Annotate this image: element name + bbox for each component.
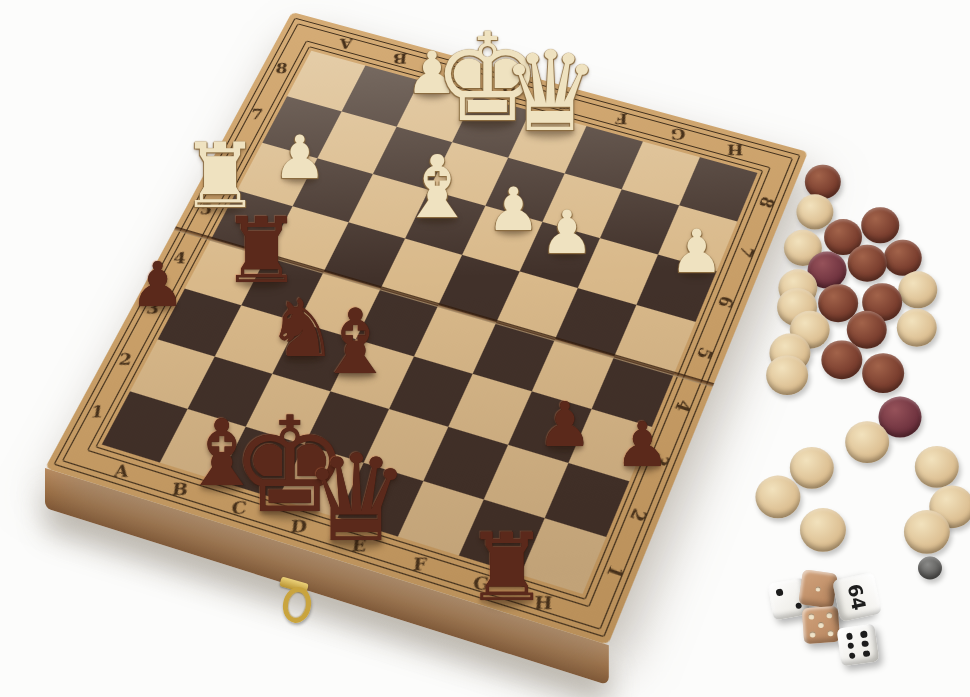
die-pip — [776, 589, 783, 596]
photo-background: AABBCCDDEEFFGGHH8877665544332211 ♟♚♛♟♜♝♟… — [0, 0, 970, 697]
piece-dark-pawn-a3[interactable]: ♟ — [130, 255, 185, 317]
die-pip — [847, 642, 854, 649]
piece-white-pawn-h6[interactable]: ♟ — [670, 222, 723, 282]
piece-dark-queen-e1[interactable]: ♛ — [303, 440, 411, 560]
piece-dark-pawn-h3[interactable]: ♟ — [615, 415, 670, 477]
die-pip — [860, 631, 867, 638]
rank-label-left-1: 1 — [82, 400, 113, 424]
checker-gray[interactable] — [918, 557, 942, 580]
rank-label-right-7: 7 — [729, 237, 764, 266]
rank-label-left-8: 8 — [268, 58, 296, 78]
piece-white-queen-e8[interactable]: ♛ — [501, 37, 600, 148]
checker-light[interactable] — [766, 355, 808, 395]
die-pip — [827, 630, 834, 637]
die-pip — [809, 614, 816, 621]
checker-light[interactable] — [845, 421, 889, 462]
rank-label-right-5: 5 — [687, 338, 722, 368]
die-pip — [863, 650, 870, 657]
checker-dark[interactable] — [848, 245, 887, 282]
die-tan-5[interactable] — [802, 606, 840, 644]
checker-light[interactable] — [790, 447, 834, 489]
file-label-top-h: H — [722, 139, 748, 160]
rank-label-left-7: 7 — [243, 104, 271, 125]
die-pip — [849, 652, 856, 659]
piece-dark-rook-g1[interactable]: ♜ — [465, 521, 549, 615]
die-pip — [846, 633, 853, 640]
die-tan-1[interactable] — [798, 569, 838, 609]
checker-light[interactable] — [898, 271, 937, 308]
file-label-top-a: A — [332, 33, 359, 53]
file-label-top-f: F — [608, 108, 635, 129]
file-label-top-g: G — [665, 123, 691, 144]
rank-label-right-8: 8 — [749, 188, 783, 216]
die-pip — [815, 586, 822, 593]
die-pip — [810, 631, 817, 638]
rank-label-right-2: 2 — [620, 499, 657, 532]
die-pip — [862, 640, 869, 647]
rank-label-right-6: 6 — [708, 287, 743, 317]
piece-dark-bishop-d3[interactable]: ♝ — [315, 298, 395, 388]
checker-light[interactable] — [800, 508, 846, 552]
die-pip — [826, 613, 833, 620]
checker-light[interactable] — [915, 446, 959, 488]
checker-light[interactable] — [897, 309, 937, 347]
rank-label-right-4: 4 — [665, 391, 701, 422]
die-white-6[interactable] — [837, 624, 880, 667]
rank-label-left-2: 2 — [110, 348, 140, 371]
checker-light[interactable] — [755, 476, 800, 519]
checker-dark[interactable] — [821, 340, 862, 379]
doubling-cube[interactable]: 64 — [832, 572, 882, 622]
piece-white-pawn-e6[interactable]: ♟ — [487, 180, 540, 240]
piece-white-bishop-d6[interactable]: ♝ — [399, 144, 477, 231]
die-pip — [818, 622, 825, 629]
checker-dark[interactable] — [862, 353, 904, 393]
rank-label-right-1: 1 — [596, 555, 633, 588]
piece-white-pawn-b6[interactable]: ♟ — [273, 128, 326, 188]
doubling-cube-value: 64 — [832, 572, 882, 622]
file-label-bottom-a: A — [106, 459, 137, 483]
piece-dark-pawn-g3[interactable]: ♟ — [537, 395, 592, 457]
piece-white-pawn-f6[interactable]: ♟ — [540, 203, 593, 263]
checker-dark[interactable] — [861, 207, 899, 243]
checker-light[interactable] — [904, 510, 950, 554]
